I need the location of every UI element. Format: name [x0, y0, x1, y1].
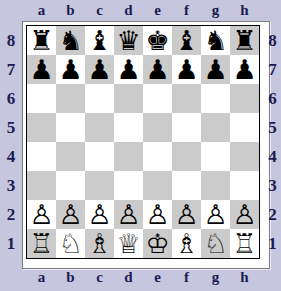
square-b2[interactable]: ♙ [56, 200, 85, 229]
square-h8[interactable]: ♜ [230, 26, 259, 55]
piece-bP-g7[interactable]: ♟ [203, 55, 227, 84]
rank-label-3-right: 3 [268, 177, 277, 194]
piece-bB-f8[interactable]: ♝ [174, 26, 198, 55]
square-e6[interactable] [143, 84, 172, 113]
piece-wP-h2[interactable]: ♙ [232, 200, 256, 229]
square-c8[interactable]: ♝ [85, 26, 114, 55]
file-label-c-bottom: c [85, 270, 114, 285]
square-a3[interactable] [27, 171, 56, 200]
chess-diagram: abcdefgh 87654321 ♜♞♝♛♚♝♞♜♟♟♟♟♟♟♟♟♙♙♙♙♙♙… [0, 0, 281, 291]
square-a4[interactable] [27, 142, 56, 171]
square-f1[interactable]: ♗ [172, 229, 201, 258]
file-label-f-top: f [172, 3, 201, 18]
square-g2[interactable]: ♙ [201, 200, 230, 229]
square-d6[interactable] [114, 84, 143, 113]
square-e8[interactable]: ♚ [143, 26, 172, 55]
square-f8[interactable]: ♝ [172, 26, 201, 55]
square-b5[interactable] [56, 113, 85, 142]
piece-wP-e2[interactable]: ♙ [145, 200, 169, 229]
piece-bR-h8[interactable]: ♜ [232, 26, 256, 55]
square-h5[interactable] [230, 113, 259, 142]
rank-label-1-left: 1 [7, 235, 16, 252]
square-b1[interactable]: ♘ [56, 229, 85, 258]
square-h4[interactable] [230, 142, 259, 171]
piece-bB-c8[interactable]: ♝ [87, 26, 111, 55]
square-a1[interactable]: ♖ [27, 229, 56, 258]
file-label-c-top: c [85, 3, 114, 18]
square-d1[interactable]: ♕ [114, 229, 143, 258]
square-e7[interactable]: ♟ [143, 55, 172, 84]
rank-label-6-left: 6 [7, 90, 16, 107]
file-label-a-top: a [27, 3, 56, 18]
rank-label-7-right: 7 [268, 61, 277, 78]
rank-label-2-left: 2 [7, 206, 16, 223]
piece-wP-a2[interactable]: ♙ [29, 200, 53, 229]
square-d7[interactable]: ♟ [114, 55, 143, 84]
square-c2[interactable]: ♙ [85, 200, 114, 229]
square-e1[interactable]: ♔ [143, 229, 172, 258]
piece-wR-h1[interactable]: ♖ [232, 229, 256, 258]
square-h6[interactable] [230, 84, 259, 113]
piece-bP-c7[interactable]: ♟ [87, 55, 111, 84]
piece-wP-f2[interactable]: ♙ [174, 200, 198, 229]
square-f4[interactable] [172, 142, 201, 171]
file-label-e-top: e [143, 3, 172, 18]
piece-wP-b2[interactable]: ♙ [58, 200, 82, 229]
piece-bP-a7[interactable]: ♟ [29, 55, 53, 84]
rank-label-7-left: 7 [7, 61, 16, 78]
piece-bP-e7[interactable]: ♟ [145, 55, 169, 84]
square-a2[interactable]: ♙ [27, 200, 56, 229]
file-label-h-bottom: h [230, 270, 259, 285]
square-g3[interactable] [201, 171, 230, 200]
piece-bP-d7[interactable]: ♟ [116, 55, 140, 84]
file-labels-bottom: abcdefgh [22, 263, 264, 291]
file-label-g-top: g [201, 3, 230, 18]
square-g4[interactable] [201, 142, 230, 171]
square-g7[interactable]: ♟ [201, 55, 230, 84]
square-h1[interactable]: ♖ [230, 229, 259, 258]
square-b8[interactable]: ♞ [56, 26, 85, 55]
rank-label-1-right: 1 [268, 235, 277, 252]
rank-label-4-left: 4 [7, 148, 16, 165]
file-label-d-top: d [114, 3, 143, 18]
square-f2[interactable]: ♙ [172, 200, 201, 229]
square-a8[interactable]: ♜ [27, 26, 56, 55]
piece-wN-b1[interactable]: ♘ [58, 229, 82, 258]
square-g8[interactable]: ♞ [201, 26, 230, 55]
file-label-h-top: h [230, 3, 259, 18]
square-c1[interactable]: ♗ [85, 229, 114, 258]
piece-wP-d2[interactable]: ♙ [116, 200, 140, 229]
file-labels-top: abcdefgh [22, 0, 264, 21]
square-h3[interactable] [230, 171, 259, 200]
rank-labels-left: 87654321 [0, 21, 22, 263]
rank-label-8-left: 8 [7, 32, 16, 49]
square-e2[interactable]: ♙ [143, 200, 172, 229]
square-c4[interactable] [85, 142, 114, 171]
square-b3[interactable] [56, 171, 85, 200]
piece-wB-f1[interactable]: ♗ [174, 229, 198, 258]
square-d8[interactable]: ♛ [114, 26, 143, 55]
piece-bK-e8[interactable]: ♚ [145, 26, 169, 55]
file-label-e-bottom: e [143, 270, 172, 285]
square-d4[interactable] [114, 142, 143, 171]
square-f3[interactable] [172, 171, 201, 200]
square-f6[interactable] [172, 84, 201, 113]
square-e5[interactable] [143, 113, 172, 142]
piece-bP-h7[interactable]: ♟ [232, 55, 256, 84]
square-e4[interactable] [143, 142, 172, 171]
rank-label-5-right: 5 [268, 119, 277, 136]
piece-wK-e1[interactable]: ♔ [145, 229, 169, 258]
square-a7[interactable]: ♟ [27, 55, 56, 84]
file-label-d-bottom: d [114, 270, 143, 285]
square-a6[interactable] [27, 84, 56, 113]
square-d3[interactable] [114, 171, 143, 200]
rank-label-6-right: 6 [268, 90, 277, 107]
square-b6[interactable] [56, 84, 85, 113]
board-inner-frame: ♜♞♝♛♚♝♞♜♟♟♟♟♟♟♟♟♙♙♙♙♙♙♙♙♖♘♗♕♔♗♘♖ [26, 25, 260, 259]
piece-wQ-d1[interactable]: ♕ [116, 229, 140, 258]
square-f7[interactable]: ♟ [172, 55, 201, 84]
square-c3[interactable] [85, 171, 114, 200]
chess-board[interactable]: ♜♞♝♛♚♝♞♜♟♟♟♟♟♟♟♟♙♙♙♙♙♙♙♙♖♘♗♕♔♗♘♖ [27, 26, 259, 258]
piece-bN-b8[interactable]: ♞ [58, 26, 82, 55]
piece-bN-g8[interactable]: ♞ [203, 26, 227, 55]
square-g1[interactable]: ♘ [201, 229, 230, 258]
square-c5[interactable] [85, 113, 114, 142]
piece-wP-c2[interactable]: ♙ [87, 200, 111, 229]
square-d2[interactable]: ♙ [114, 200, 143, 229]
file-label-b-bottom: b [56, 270, 85, 285]
rank-labels-right: 87654321 [264, 21, 281, 263]
piece-bP-f7[interactable]: ♟ [174, 55, 198, 84]
board-frame: ♜♞♝♛♚♝♞♜♟♟♟♟♟♟♟♟♙♙♙♙♙♙♙♙♖♘♗♕♔♗♘♖ [22, 21, 270, 269]
square-g5[interactable] [201, 113, 230, 142]
square-h7[interactable]: ♟ [230, 55, 259, 84]
square-e3[interactable] [143, 171, 172, 200]
rank-label-5-left: 5 [7, 119, 16, 136]
piece-wN-g1[interactable]: ♘ [203, 229, 227, 258]
rank-label-4-right: 4 [268, 148, 277, 165]
square-c7[interactable]: ♟ [85, 55, 114, 84]
file-label-a-bottom: a [27, 270, 56, 285]
file-label-f-bottom: f [172, 270, 201, 285]
rank-label-2-right: 2 [268, 206, 277, 223]
rank-label-8-right: 8 [268, 32, 277, 49]
square-c6[interactable] [85, 84, 114, 113]
piece-bQ-d8[interactable]: ♛ [116, 26, 140, 55]
file-label-b-top: b [56, 3, 85, 18]
piece-wB-c1[interactable]: ♗ [87, 229, 111, 258]
square-f5[interactable] [172, 113, 201, 142]
piece-bP-b7[interactable]: ♟ [58, 55, 82, 84]
file-label-g-bottom: g [201, 270, 230, 285]
piece-wR-a1[interactable]: ♖ [29, 229, 53, 258]
square-a5[interactable] [27, 113, 56, 142]
rank-label-3-left: 3 [7, 177, 16, 194]
square-b7[interactable]: ♟ [56, 55, 85, 84]
piece-bR-a8[interactable]: ♜ [29, 26, 53, 55]
square-h2[interactable]: ♙ [230, 200, 259, 229]
piece-wP-g2[interactable]: ♙ [203, 200, 227, 229]
square-g6[interactable] [201, 84, 230, 113]
square-d5[interactable] [114, 113, 143, 142]
square-b4[interactable] [56, 142, 85, 171]
